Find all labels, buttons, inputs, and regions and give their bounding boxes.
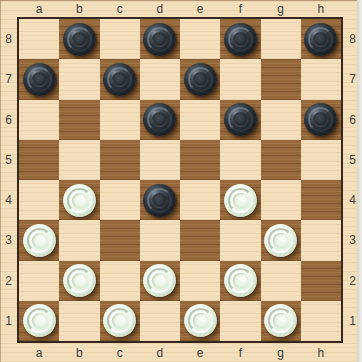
square-c7[interactable] (100, 59, 140, 99)
black-man-h6[interactable] (304, 103, 337, 136)
square-h1 (301, 301, 341, 341)
square-f6[interactable] (220, 100, 260, 140)
square-a1[interactable] (19, 301, 59, 341)
square-g1[interactable] (261, 301, 301, 341)
square-e1[interactable] (180, 301, 220, 341)
square-d5 (140, 140, 180, 180)
square-f2[interactable] (220, 261, 260, 301)
square-d8[interactable] (140, 19, 180, 59)
checkers-board (19, 19, 341, 341)
square-h7 (301, 59, 341, 99)
square-c2 (100, 261, 140, 301)
board-frame (17, 17, 343, 343)
square-h6[interactable] (301, 100, 341, 140)
checkers-app: abcdefgh abcdefgh 87654321 87654321 (0, 0, 362, 362)
file-label-bottom-f: f (220, 343, 260, 362)
square-b6[interactable] (59, 100, 99, 140)
square-g8 (261, 19, 301, 59)
square-e2 (180, 261, 220, 301)
square-f4[interactable] (220, 180, 260, 220)
square-h3 (301, 220, 341, 260)
square-g6 (261, 100, 301, 140)
square-d4[interactable] (140, 180, 180, 220)
square-f7 (220, 59, 260, 99)
square-c4 (100, 180, 140, 220)
square-c8 (100, 19, 140, 59)
square-a5[interactable] (19, 140, 59, 180)
white-man-g3[interactable] (264, 224, 297, 257)
white-man-f2[interactable] (224, 264, 257, 297)
square-d3 (140, 220, 180, 260)
file-label-top-g: g (261, 0, 301, 17)
square-f3 (220, 220, 260, 260)
square-a8 (19, 19, 59, 59)
rank-label-left-2: 2 (0, 261, 17, 301)
square-a3[interactable] (19, 220, 59, 260)
square-g3[interactable] (261, 220, 301, 260)
black-man-e7[interactable] (184, 63, 217, 96)
window-edge (357, 0, 362, 362)
square-h2[interactable] (301, 261, 341, 301)
square-d1 (140, 301, 180, 341)
black-man-d6[interactable] (143, 103, 176, 136)
black-man-b8[interactable] (63, 23, 96, 56)
square-b8[interactable] (59, 19, 99, 59)
square-g4 (261, 180, 301, 220)
square-a6 (19, 100, 59, 140)
square-f1 (220, 301, 260, 341)
file-label-bottom-d: d (140, 343, 180, 362)
black-man-a7[interactable] (23, 63, 56, 96)
square-a7[interactable] (19, 59, 59, 99)
rank-label-left-8: 8 (0, 19, 17, 59)
square-e7[interactable] (180, 59, 220, 99)
rank-label-left-1: 1 (0, 301, 17, 341)
white-man-b2[interactable] (63, 264, 96, 297)
square-c1[interactable] (100, 301, 140, 341)
file-label-bottom-a: a (19, 343, 59, 362)
square-b3 (59, 220, 99, 260)
square-c6 (100, 100, 140, 140)
file-label-top-h: h (301, 0, 341, 17)
square-a4 (19, 180, 59, 220)
square-e6 (180, 100, 220, 140)
white-man-c1[interactable] (103, 304, 136, 337)
square-c5[interactable] (100, 140, 140, 180)
black-man-d4[interactable] (143, 184, 176, 217)
file-label-top-a: a (19, 0, 59, 17)
file-label-top-f: f (220, 0, 260, 17)
rank-label-left-6: 6 (0, 100, 17, 140)
black-man-f6[interactable] (224, 103, 257, 136)
square-c3[interactable] (100, 220, 140, 260)
square-g5[interactable] (261, 140, 301, 180)
white-man-e1[interactable] (184, 304, 217, 337)
white-man-f4[interactable] (224, 184, 257, 217)
square-f5 (220, 140, 260, 180)
file-label-bottom-c: c (100, 343, 140, 362)
white-man-a1[interactable] (23, 304, 56, 337)
file-labels-top: abcdefgh (19, 0, 341, 17)
white-man-g1[interactable] (264, 304, 297, 337)
file-label-bottom-h: h (301, 343, 341, 362)
black-man-d8[interactable] (143, 23, 176, 56)
square-d7 (140, 59, 180, 99)
square-f8[interactable] (220, 19, 260, 59)
square-h8[interactable] (301, 19, 341, 59)
square-b1 (59, 301, 99, 341)
file-labels-bottom: abcdefgh (19, 343, 341, 362)
rank-label-left-5: 5 (0, 140, 17, 180)
square-g7[interactable] (261, 59, 301, 99)
square-g2 (261, 261, 301, 301)
square-a2 (19, 261, 59, 301)
black-man-h8[interactable] (304, 23, 337, 56)
square-e3[interactable] (180, 220, 220, 260)
file-label-bottom-g: g (261, 343, 301, 362)
file-label-bottom-b: b (59, 343, 99, 362)
rank-label-left-3: 3 (0, 220, 17, 260)
black-man-c7[interactable] (103, 63, 136, 96)
square-h5 (301, 140, 341, 180)
black-man-f8[interactable] (224, 23, 257, 56)
file-label-bottom-e: e (180, 343, 220, 362)
square-d2[interactable] (140, 261, 180, 301)
file-label-top-c: c (100, 0, 140, 17)
file-label-top-e: e (180, 0, 220, 17)
square-d6[interactable] (140, 100, 180, 140)
white-man-d2[interactable] (143, 264, 176, 297)
white-man-a3[interactable] (23, 224, 56, 257)
square-b5 (59, 140, 99, 180)
square-b2[interactable] (59, 261, 99, 301)
square-e4 (180, 180, 220, 220)
white-man-b4[interactable] (63, 184, 96, 217)
rank-label-left-7: 7 (0, 59, 17, 99)
file-label-top-b: b (59, 0, 99, 17)
rank-label-left-4: 4 (0, 180, 17, 220)
square-e8 (180, 19, 220, 59)
square-b4[interactable] (59, 180, 99, 220)
rank-labels-left: 87654321 (0, 19, 17, 341)
square-e5[interactable] (180, 140, 220, 180)
file-label-top-d: d (140, 0, 180, 17)
square-b7 (59, 59, 99, 99)
square-h4[interactable] (301, 180, 341, 220)
